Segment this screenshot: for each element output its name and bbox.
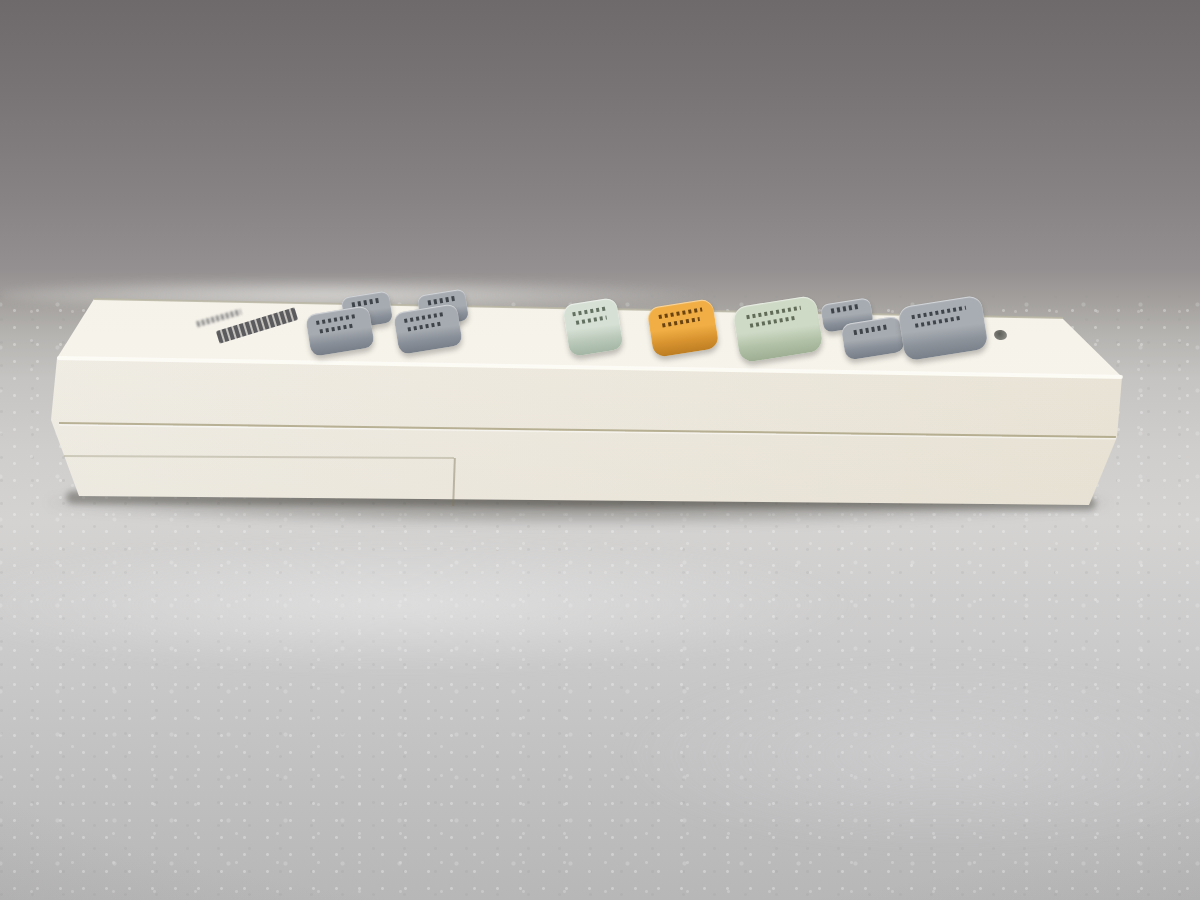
photo-vignette [0, 0, 1200, 900]
photo-canvas [0, 0, 1200, 900]
